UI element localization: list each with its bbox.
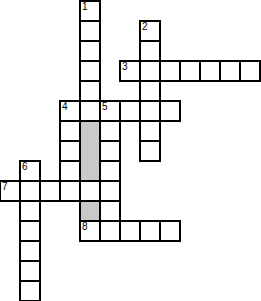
shaded-cell-r7-c4[interactable] <box>79 140 101 162</box>
cell-r5-c7[interactable] <box>139 100 161 122</box>
clue-number-3: 3 <box>122 61 128 72</box>
cell-r9-c5[interactable] <box>99 180 121 202</box>
cell-r9-c0[interactable]: 7 <box>0 180 21 202</box>
shaded-cell-r10-c4[interactable] <box>79 200 101 222</box>
clue-number-6: 6 <box>22 161 28 172</box>
clue-number-7: 7 <box>2 181 8 192</box>
cell-r9-c2[interactable] <box>39 180 61 202</box>
cell-r9-c1[interactable] <box>19 180 41 202</box>
cell-r3-c12[interactable] <box>239 60 261 82</box>
cell-r11-c1[interactable] <box>19 220 41 242</box>
cell-r3-c7[interactable] <box>139 60 161 82</box>
cell-r8-c3[interactable] <box>59 160 81 182</box>
cell-r1-c7[interactable]: 2 <box>139 20 161 42</box>
cell-r6-c3[interactable] <box>59 120 81 142</box>
cell-r5-c3[interactable]: 4 <box>59 100 81 122</box>
cell-r8-c1[interactable]: 6 <box>19 160 41 182</box>
cell-r3-c4[interactable] <box>79 60 101 82</box>
cell-r5-c8[interactable] <box>159 100 181 122</box>
cell-r3-c9[interactable] <box>179 60 201 82</box>
cell-r8-c5[interactable] <box>99 160 121 182</box>
cell-r9-c4[interactable] <box>79 180 101 202</box>
cell-r3-c6[interactable]: 3 <box>119 60 141 82</box>
cell-r11-c5[interactable] <box>99 220 121 242</box>
cell-r9-c3[interactable] <box>59 180 81 202</box>
cell-r4-c7[interactable] <box>139 80 161 102</box>
cell-r14-c1[interactable] <box>19 280 41 301</box>
cell-r7-c5[interactable] <box>99 140 121 162</box>
clue-number-5: 5 <box>102 101 108 112</box>
shaded-cell-r6-c4[interactable] <box>79 120 101 142</box>
cell-r0-c4[interactable]: 1 <box>79 0 101 22</box>
cell-r7-c7[interactable] <box>139 140 161 162</box>
cell-r3-c11[interactable] <box>219 60 241 82</box>
cell-r1-c4[interactable] <box>79 20 101 42</box>
cell-r3-c8[interactable] <box>159 60 181 82</box>
cell-r11-c7[interactable] <box>139 220 161 242</box>
cell-r11-c6[interactable] <box>119 220 141 242</box>
cell-r6-c5[interactable] <box>99 120 121 142</box>
cell-r12-c1[interactable] <box>19 240 41 262</box>
crossword-page: 12345678 <box>0 0 261 301</box>
cell-r10-c1[interactable] <box>19 200 41 222</box>
cell-r11-c8[interactable] <box>159 220 181 242</box>
cell-r5-c4[interactable] <box>79 100 101 122</box>
cell-r13-c1[interactable] <box>19 260 41 282</box>
cell-r5-c6[interactable] <box>119 100 141 122</box>
cell-r5-c5[interactable]: 5 <box>99 100 121 122</box>
cell-r3-c10[interactable] <box>199 60 221 82</box>
clue-number-4: 4 <box>62 101 68 112</box>
clue-number-8: 8 <box>82 221 88 232</box>
cell-r2-c4[interactable] <box>79 40 101 62</box>
cell-r11-c4[interactable]: 8 <box>79 220 101 242</box>
cell-r7-c3[interactable] <box>59 140 81 162</box>
cell-r6-c7[interactable] <box>139 120 161 142</box>
clue-number-1: 1 <box>82 1 88 12</box>
cell-r2-c7[interactable] <box>139 40 161 62</box>
cell-r10-c5[interactable] <box>99 200 121 222</box>
clue-number-2: 2 <box>142 21 148 32</box>
shaded-cell-r8-c4[interactable] <box>79 160 101 182</box>
cell-r4-c4[interactable] <box>79 80 101 102</box>
